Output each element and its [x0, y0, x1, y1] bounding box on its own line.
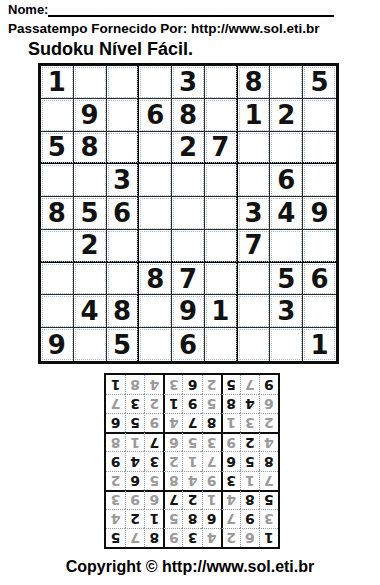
solution-cell: 9 — [182, 394, 201, 413]
solution-cell: 5 — [221, 375, 240, 394]
solution-cell: 6 — [144, 490, 163, 509]
solution-cell: 2 — [202, 375, 221, 394]
solution-cell: 5 — [182, 432, 201, 451]
solution-cell: 8 — [221, 394, 240, 413]
solution-cell: 4 — [163, 413, 182, 432]
sudoku-solution-grid: 1624398753976851245841276937139485628567… — [104, 373, 280, 549]
puzzle-cell — [107, 99, 140, 132]
solution-cell: 4 — [182, 471, 201, 490]
puzzle-cell: 6 — [139, 99, 172, 132]
puzzle-cell — [172, 230, 205, 263]
puzzle-cell — [139, 197, 172, 230]
solution-cell: 9 — [221, 432, 240, 451]
puzzle-cell: 4 — [270, 197, 303, 230]
puzzle-cell: 2 — [172, 132, 205, 165]
solution-cell: 8 — [259, 451, 278, 470]
puzzle-cell — [139, 295, 172, 328]
solution-cell: 1 — [202, 490, 221, 509]
solution-cell: 6 — [202, 509, 221, 528]
solution-cell: 3 — [163, 375, 182, 394]
solution-cell: 5 — [144, 471, 163, 490]
solution-cell: 5 — [240, 451, 259, 470]
puzzle-cell: 1 — [41, 66, 74, 99]
solution-cell: 1 — [144, 509, 163, 528]
solution-cell: 9 — [259, 375, 278, 394]
solution-cell: 6 — [182, 375, 201, 394]
solution-cell: 7 — [163, 490, 182, 509]
solution-cell: 5 — [259, 490, 278, 509]
solution-cell: 9 — [202, 471, 221, 490]
solution-cell: 6 — [163, 432, 182, 451]
solution-cell: 7 — [144, 432, 163, 451]
puzzle-cell: 3 — [238, 197, 271, 230]
solution-cell: 1 — [182, 451, 201, 470]
puzzle-cell: 2 — [74, 230, 107, 263]
name-row: Nome: — [8, 2, 334, 17]
solution-cell: 2 — [163, 451, 182, 470]
solution-cell: 2 — [259, 413, 278, 432]
puzzle-cell — [139, 66, 172, 99]
solution-cell: 9 — [125, 490, 144, 509]
puzzle-cell — [41, 164, 74, 197]
puzzle-cell: 9 — [172, 295, 205, 328]
puzzle-cell: 1 — [205, 295, 238, 328]
solution-cell: 6 — [240, 528, 259, 547]
solution-cell: 6 — [221, 451, 240, 470]
puzzle-cell: 5 — [41, 132, 74, 165]
puzzle-cell: 9 — [74, 99, 107, 132]
puzzle-cell — [238, 295, 271, 328]
solution-cell: 8 — [202, 413, 221, 432]
puzzle-cell: 4 — [74, 295, 107, 328]
puzzle-cell — [74, 263, 107, 296]
puzzle-cell — [270, 132, 303, 165]
solution-cell: 8 — [106, 432, 125, 451]
solution-cell: 8 — [182, 509, 201, 528]
puzzle-cell — [139, 164, 172, 197]
puzzle-cell — [238, 132, 271, 165]
puzzle-cell — [205, 164, 238, 197]
puzzle-cell — [205, 197, 238, 230]
puzzle-cell: 3 — [172, 66, 205, 99]
puzzle-cell — [303, 99, 336, 132]
solution-cell: 2 — [182, 490, 201, 509]
solution-cell: 6 — [106, 413, 125, 432]
puzzle-cell: 7 — [172, 263, 205, 296]
solution-cell: 9 — [163, 528, 182, 547]
puzzle-cell — [205, 66, 238, 99]
solution-cell: 4 — [106, 509, 125, 528]
solution-cell: 4 — [240, 394, 259, 413]
puzzle-cell — [205, 328, 238, 361]
solution-cell: 3 — [259, 509, 278, 528]
puzzle-cell — [107, 132, 140, 165]
puzzle-cell: 8 — [41, 197, 74, 230]
solution-cell: 7 — [240, 375, 259, 394]
solution-cell: 1 — [221, 413, 240, 432]
name-label: Nome: — [8, 2, 48, 17]
puzzle-cell — [172, 164, 205, 197]
solution-cell: 2 — [106, 471, 125, 490]
puzzle-cell — [107, 66, 140, 99]
puzzle-cell — [41, 230, 74, 263]
solution-cell: 1 — [163, 394, 182, 413]
solution-cell: 4 — [125, 451, 144, 470]
puzzle-cell — [139, 328, 172, 361]
solution-cell: 3 — [240, 413, 259, 432]
puzzle-cell — [270, 230, 303, 263]
puzzle-cell: 5 — [303, 66, 336, 99]
puzzle-cell: 5 — [107, 328, 140, 361]
puzzle-cell — [205, 263, 238, 296]
puzzle-cell: 6 — [172, 328, 205, 361]
page-title: Sudoku Nível Fácil. — [28, 39, 193, 60]
puzzle-cell — [270, 328, 303, 361]
puzzle-cell — [303, 295, 336, 328]
puzzle-cell: 7 — [238, 230, 271, 263]
puzzle-cell — [107, 230, 140, 263]
puzzle-cell — [74, 66, 107, 99]
solution-cell: 3 — [202, 432, 221, 451]
puzzle-cell: 8 — [238, 66, 271, 99]
solution-cell: 1 — [240, 471, 259, 490]
solution-cell: 1 — [106, 375, 125, 394]
solution-cell: 3 — [182, 528, 201, 547]
puzzle-cell — [41, 263, 74, 296]
provider-line: Passatempo Fornecido Por: http://www.sol… — [8, 21, 320, 37]
solution-cell: 6 — [125, 471, 144, 490]
solution-cell: 2 — [240, 432, 259, 451]
puzzle-cell — [303, 132, 336, 165]
puzzle-cell — [74, 328, 107, 361]
puzzle-cell — [107, 263, 140, 296]
solution-cell: 2 — [144, 394, 163, 413]
puzzle-cell: 8 — [172, 99, 205, 132]
puzzle-cell — [41, 99, 74, 132]
solution-cell: 3 — [106, 490, 125, 509]
solution-cell: 7 — [221, 509, 240, 528]
solution-cell: 4 — [202, 528, 221, 547]
puzzle-cell — [172, 197, 205, 230]
solution-cell: 7 — [182, 413, 201, 432]
solution-cell: 8 — [144, 528, 163, 547]
puzzle-cell: 8 — [139, 263, 172, 296]
puzzle-cell — [303, 230, 336, 263]
name-blank-line — [48, 2, 334, 17]
solution-cell: 2 — [125, 509, 144, 528]
solution-cell: 4 — [221, 490, 240, 509]
puzzle-cell: 3 — [270, 295, 303, 328]
puzzle-cell: 6 — [303, 263, 336, 296]
solution-cell: 8 — [125, 375, 144, 394]
puzzle-cell: 2 — [270, 99, 303, 132]
puzzle-cell — [139, 132, 172, 165]
puzzle-cell — [238, 263, 271, 296]
puzzle-cell: 5 — [270, 263, 303, 296]
solution-cell: 4 — [144, 375, 163, 394]
puzzle-cell: 1 — [238, 99, 271, 132]
sudoku-puzzle-grid: 138596812582736856349278756489139561 — [38, 63, 339, 364]
solution-cell: 9 — [240, 509, 259, 528]
solution-cell: 3 — [221, 471, 240, 490]
puzzle-cell: 7 — [205, 132, 238, 165]
solution-cell: 7 — [259, 471, 278, 490]
puzzle-cell — [41, 295, 74, 328]
solution-cell: 1 — [125, 432, 144, 451]
puzzle-cell — [238, 164, 271, 197]
solution-cell: 7 — [106, 394, 125, 413]
puzzle-cell: 8 — [74, 132, 107, 165]
puzzle-cell — [139, 230, 172, 263]
puzzle-cell — [205, 230, 238, 263]
solution-cell: 3 — [144, 451, 163, 470]
puzzle-cell: 5 — [74, 197, 107, 230]
copyright-line: Copyright © http://www.sol.eti.br — [0, 558, 380, 576]
solution-cell: 9 — [144, 413, 163, 432]
solution-cell: 3 — [125, 394, 144, 413]
solution-cell: 1 — [259, 528, 278, 547]
solution-cell: 8 — [163, 471, 182, 490]
solution-cell: 9 — [106, 451, 125, 470]
solution-cell: 6 — [259, 394, 278, 413]
puzzle-cell: 8 — [107, 295, 140, 328]
solution-cell: 7 — [125, 528, 144, 547]
puzzle-cell — [238, 328, 271, 361]
puzzle-cell: 1 — [303, 328, 336, 361]
solution-cell: 8 — [240, 490, 259, 509]
puzzle-cell — [270, 66, 303, 99]
solution-cell: 5 — [163, 509, 182, 528]
solution-cell: 4 — [259, 432, 278, 451]
puzzle-cell — [205, 99, 238, 132]
solution-cell: 5 — [125, 413, 144, 432]
puzzle-cell — [303, 164, 336, 197]
puzzle-cell: 6 — [270, 164, 303, 197]
puzzle-cell — [74, 164, 107, 197]
puzzle-cell: 9 — [41, 328, 74, 361]
puzzle-cell: 9 — [303, 197, 336, 230]
puzzle-cell: 3 — [107, 164, 140, 197]
solution-cell: 7 — [202, 451, 221, 470]
solution-cell: 5 — [106, 528, 125, 547]
solution-cell: 2 — [221, 528, 240, 547]
puzzle-cell: 6 — [107, 197, 140, 230]
solution-cell: 5 — [202, 394, 221, 413]
